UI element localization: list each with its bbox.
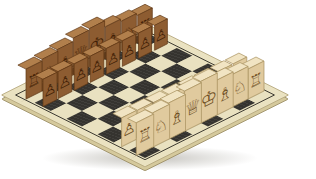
product-photo-scene: ♖♘♙♗♙♔♙♕♙♗♙♘♙♙♖♙♙♖♙♙♘♙♗♙♔♙♕♙♗♙♘♖ [0,0,316,179]
piece-light-rook[interactable]: ♖ [113,95,177,159]
piece-dark-pawn[interactable]: ♙ [18,47,82,111]
pieces-layer: ♖♘♙♗♙♔♙♕♙♗♙♘♙♙♖♙♙♖♙♙♘♙♗♙♔♙♕♙♗♙♘♖ [0,0,316,179]
